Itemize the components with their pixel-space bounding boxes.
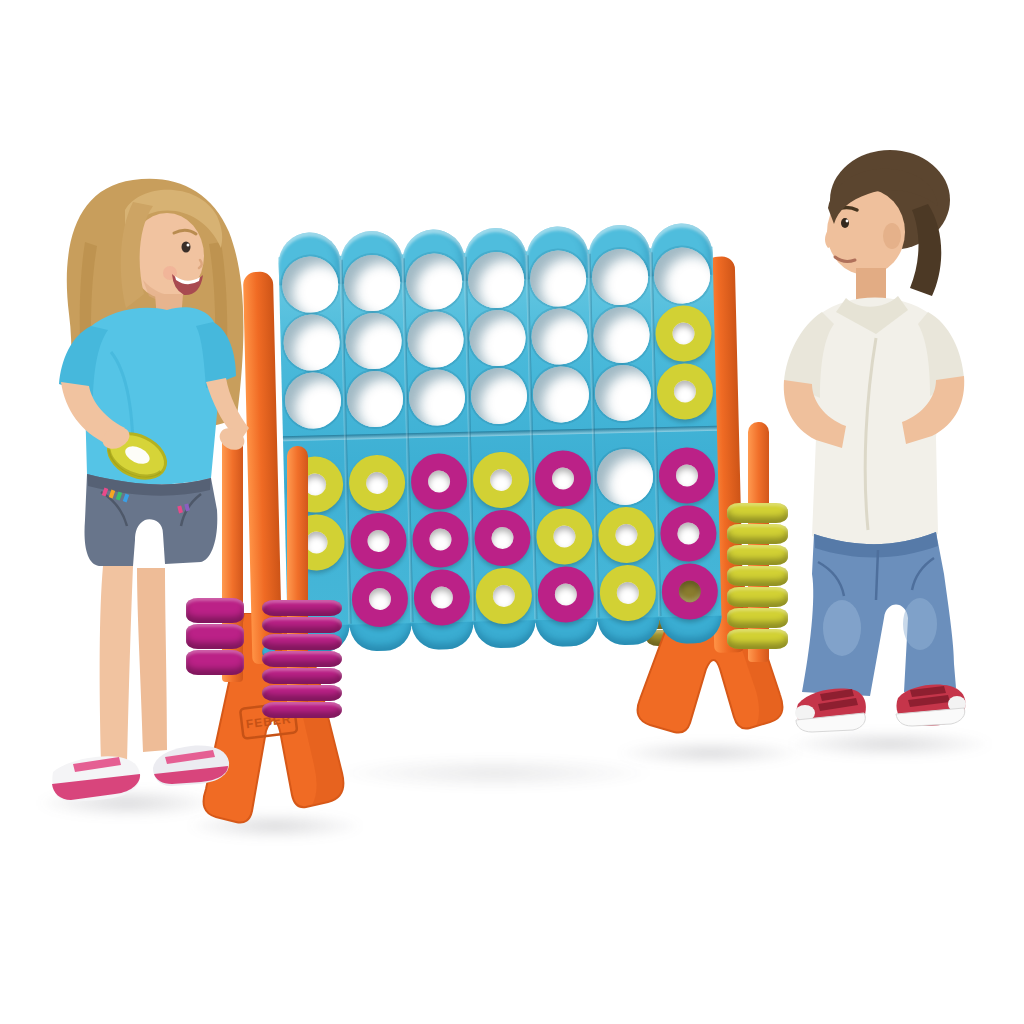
girl-eye-glint [187, 244, 190, 247]
board-scallop [597, 617, 660, 646]
boy-eye-glint [846, 220, 849, 223]
board [278, 223, 722, 651]
magenta-disc-stack-inner [262, 600, 342, 719]
magenta-stack-disc [262, 634, 342, 650]
girl-shoe-front [52, 756, 140, 802]
magenta-stack-disc [262, 668, 342, 684]
magenta-stack-disc [262, 617, 342, 633]
magenta-stack-disc [262, 702, 342, 718]
boy-eye [841, 218, 849, 228]
product-photo-scene: FEBER [0, 0, 1024, 1024]
boy-figure [784, 150, 966, 732]
board-scallop [412, 622, 475, 651]
boy [758, 138, 988, 753]
girl-eye [182, 242, 191, 253]
girl-leg-left [137, 568, 167, 752]
girl-figure [52, 179, 249, 802]
girl-leg-right [100, 566, 133, 762]
magenta-stack-disc [262, 651, 342, 667]
board-scallop [474, 620, 537, 649]
girl [15, 172, 250, 817]
girl-shoe-back [153, 746, 229, 786]
boy-ear [883, 223, 901, 249]
boy-jeans-knee-right [903, 598, 937, 650]
board-scallop [535, 619, 598, 648]
magenta-stack-disc [262, 685, 342, 701]
magenta-stack-disc [262, 600, 342, 616]
board-scallop [659, 616, 722, 645]
boy-jeans-knee-left [823, 600, 861, 656]
floor-shadow-board [330, 756, 660, 790]
board-scallop [350, 623, 413, 652]
boy-sneaker-front [795, 689, 866, 732]
